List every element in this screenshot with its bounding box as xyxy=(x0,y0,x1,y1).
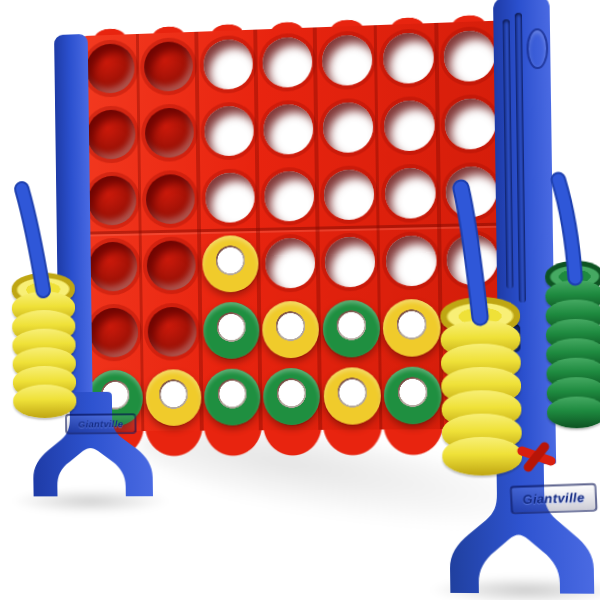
green-ring[interactable] xyxy=(547,396,600,428)
yellow-piece[interactable] xyxy=(202,235,259,293)
board-cell-r6-c3[interactable] xyxy=(202,363,262,430)
board-cell-r5-c6[interactable] xyxy=(381,294,443,362)
post-groove xyxy=(503,19,514,288)
board-cell-r3-c2[interactable] xyxy=(141,165,201,233)
board-cell-r2-c7[interactable] xyxy=(439,89,501,159)
yellow-ring[interactable] xyxy=(442,437,522,476)
board-cell-r3-c4[interactable] xyxy=(259,161,320,229)
hole xyxy=(383,99,434,151)
board-cell-r1-c4[interactable] xyxy=(257,27,318,96)
brand-logo-right: Giantville xyxy=(510,483,598,515)
board-cell-r1-c1[interactable] xyxy=(81,34,140,102)
hole xyxy=(384,167,435,219)
green-piece[interactable] xyxy=(384,366,442,424)
stack-left-yellow xyxy=(12,272,77,418)
hole xyxy=(203,38,253,89)
board-cell-r2-c6[interactable] xyxy=(378,91,440,160)
board-cell-r2-c4[interactable] xyxy=(258,94,319,163)
board-cell-r5-c4[interactable] xyxy=(261,296,322,364)
green-piece[interactable] xyxy=(263,368,320,425)
hole xyxy=(87,109,136,160)
board-cell-r4-c1[interactable] xyxy=(84,232,143,299)
hole xyxy=(443,29,495,81)
board-cell-r1-c3[interactable] xyxy=(198,30,258,99)
yellow-piece[interactable] xyxy=(262,301,319,359)
board-cell-r4-c3[interactable] xyxy=(201,230,261,298)
board-cell-r4-c6[interactable] xyxy=(380,226,442,295)
hole xyxy=(444,97,496,149)
hole xyxy=(205,172,255,223)
board-cell-r6-c6[interactable] xyxy=(382,361,444,429)
hole xyxy=(144,40,193,91)
hole xyxy=(385,235,436,286)
board-cell-r4-c5[interactable] xyxy=(320,227,381,295)
board-cell-r1-c2[interactable] xyxy=(139,32,199,100)
board-cell-r3-c1[interactable] xyxy=(83,166,142,233)
yellow-piece[interactable] xyxy=(383,299,441,357)
board-cell-r6-c5[interactable] xyxy=(321,362,382,430)
board-cell-r4-c2[interactable] xyxy=(142,231,202,298)
board-cell-r3-c6[interactable] xyxy=(379,158,441,227)
hole xyxy=(88,175,137,225)
hole xyxy=(146,173,195,224)
board-cell-r5-c2[interactable] xyxy=(143,298,203,365)
board-cell-r1-c6[interactable] xyxy=(377,23,439,93)
board-cell-r6-c4[interactable] xyxy=(262,363,323,430)
board-cell-r2-c5[interactable] xyxy=(318,92,379,161)
yellow-ring[interactable] xyxy=(13,384,77,418)
board-cell-r1-c5[interactable] xyxy=(317,25,378,94)
board-cell-r4-c7[interactable] xyxy=(441,225,503,294)
connect-four-unit: Giantville Giantville xyxy=(4,0,600,600)
hole xyxy=(262,36,312,88)
hole xyxy=(445,165,497,217)
board-cell-r5-c1[interactable] xyxy=(85,299,144,366)
hole xyxy=(148,306,197,356)
green-piece[interactable] xyxy=(204,368,261,425)
board-cell-r1-c7[interactable] xyxy=(438,21,500,91)
hole xyxy=(322,34,373,86)
hole xyxy=(86,42,135,93)
hole xyxy=(90,307,139,357)
hole xyxy=(325,236,376,287)
hole xyxy=(265,237,315,288)
board-cell-r3-c7[interactable] xyxy=(440,157,502,226)
green-piece[interactable] xyxy=(203,302,260,359)
board-cell-r2-c3[interactable] xyxy=(199,96,259,164)
hole xyxy=(446,233,498,285)
product-photo-connect-four: Giantville Giantville xyxy=(0,0,600,600)
post-oval-indent xyxy=(526,28,548,69)
hole xyxy=(147,240,196,290)
hole xyxy=(263,103,313,154)
board-cell-r2-c1[interactable] xyxy=(82,100,141,168)
green-piece[interactable] xyxy=(322,300,380,358)
board-cell-r5-c5[interactable] xyxy=(321,295,382,363)
hole xyxy=(89,241,138,291)
stack-right-yellow xyxy=(440,296,522,475)
hole xyxy=(204,105,254,156)
post-groove xyxy=(515,13,526,303)
hole xyxy=(324,169,375,220)
board-cell-r3-c3[interactable] xyxy=(200,163,260,231)
hole xyxy=(323,101,374,153)
hole xyxy=(264,170,314,221)
hole xyxy=(382,32,433,84)
board-cell-r4-c4[interactable] xyxy=(260,229,321,297)
yellow-piece[interactable] xyxy=(323,367,381,425)
stack-right-green xyxy=(545,260,600,428)
board-cell-r2-c2[interactable] xyxy=(140,98,200,166)
board-cell-r5-c3[interactable] xyxy=(201,297,261,364)
hole xyxy=(145,107,194,158)
board-cell-r3-c5[interactable] xyxy=(319,160,380,229)
